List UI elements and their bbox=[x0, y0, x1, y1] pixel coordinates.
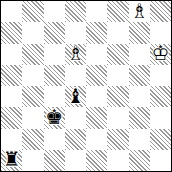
square-a7[interactable] bbox=[1, 22, 22, 43]
square-e4[interactable] bbox=[86, 86, 107, 107]
square-d1[interactable] bbox=[65, 150, 86, 171]
black-rook-icon[interactable]: ♜ bbox=[1, 150, 22, 171]
square-a5[interactable] bbox=[1, 65, 22, 86]
square-b6[interactable] bbox=[22, 44, 43, 65]
square-h2[interactable] bbox=[150, 129, 171, 150]
square-g1[interactable] bbox=[129, 150, 150, 171]
square-c5[interactable] bbox=[44, 65, 65, 86]
square-f8[interactable] bbox=[107, 1, 128, 22]
square-c7[interactable] bbox=[44, 22, 65, 43]
square-e8[interactable] bbox=[86, 1, 107, 22]
black-piece-glyph: ♝ bbox=[65, 85, 86, 106]
white-king-icon[interactable]: ♚♔ bbox=[150, 44, 171, 65]
square-h5[interactable] bbox=[150, 65, 171, 86]
square-f2[interactable] bbox=[107, 129, 128, 150]
square-f5[interactable] bbox=[107, 65, 128, 86]
white-piece-outline: ♗ bbox=[65, 43, 86, 64]
square-a4[interactable] bbox=[1, 86, 22, 107]
square-f3[interactable] bbox=[107, 107, 128, 128]
square-g8[interactable]: ♝♗ bbox=[129, 1, 150, 22]
square-e5[interactable] bbox=[86, 65, 107, 86]
square-h6[interactable]: ♚♔ bbox=[150, 44, 171, 65]
square-b8[interactable] bbox=[22, 1, 43, 22]
white-bishop-icon[interactable]: ♝♗ bbox=[65, 44, 86, 65]
square-d8[interactable] bbox=[65, 1, 86, 22]
square-g5[interactable] bbox=[129, 65, 150, 86]
black-piece-glyph: ♜ bbox=[1, 149, 22, 170]
white-piece-outline: ♗ bbox=[129, 0, 150, 21]
square-e6[interactable] bbox=[86, 44, 107, 65]
square-e3[interactable] bbox=[86, 107, 107, 128]
square-a1[interactable]: ♜ bbox=[1, 150, 22, 171]
black-bishop-icon[interactable]: ♝ bbox=[65, 86, 86, 107]
square-g6[interactable] bbox=[129, 44, 150, 65]
square-c8[interactable] bbox=[44, 1, 65, 22]
square-a3[interactable] bbox=[1, 107, 22, 128]
square-d4[interactable]: ♝ bbox=[65, 86, 86, 107]
square-h8[interactable] bbox=[150, 1, 171, 22]
square-a6[interactable] bbox=[1, 44, 22, 65]
square-b5[interactable] bbox=[22, 65, 43, 86]
square-b7[interactable] bbox=[22, 22, 43, 43]
square-c1[interactable] bbox=[44, 150, 65, 171]
square-g3[interactable] bbox=[129, 107, 150, 128]
square-c6[interactable] bbox=[44, 44, 65, 65]
square-e1[interactable] bbox=[86, 150, 107, 171]
square-b3[interactable] bbox=[22, 107, 43, 128]
square-g2[interactable] bbox=[129, 129, 150, 150]
square-e2[interactable] bbox=[86, 129, 107, 150]
square-f6[interactable] bbox=[107, 44, 128, 65]
square-h1[interactable] bbox=[150, 150, 171, 171]
black-piece-glyph: ♚ bbox=[44, 107, 65, 128]
square-c3[interactable]: ♚ bbox=[44, 107, 65, 128]
white-bishop-icon[interactable]: ♝♗ bbox=[129, 1, 150, 22]
square-e7[interactable] bbox=[86, 22, 107, 43]
square-b1[interactable] bbox=[22, 150, 43, 171]
square-f1[interactable] bbox=[107, 150, 128, 171]
square-d2[interactable] bbox=[65, 129, 86, 150]
square-f7[interactable] bbox=[107, 22, 128, 43]
square-d6[interactable]: ♝♗ bbox=[65, 44, 86, 65]
square-a8[interactable] bbox=[1, 1, 22, 22]
square-b2[interactable] bbox=[22, 129, 43, 150]
square-h3[interactable] bbox=[150, 107, 171, 128]
square-h4[interactable] bbox=[150, 86, 171, 107]
white-piece-outline: ♔ bbox=[150, 43, 171, 64]
square-g4[interactable] bbox=[129, 86, 150, 107]
square-f4[interactable] bbox=[107, 86, 128, 107]
square-c2[interactable] bbox=[44, 129, 65, 150]
black-king-icon[interactable]: ♚ bbox=[44, 107, 65, 128]
square-g7[interactable] bbox=[129, 22, 150, 43]
square-b4[interactable] bbox=[22, 86, 43, 107]
chess-board: ♝♗♝♗♚♔♝♚♜ bbox=[0, 0, 172, 172]
square-d3[interactable] bbox=[65, 107, 86, 128]
